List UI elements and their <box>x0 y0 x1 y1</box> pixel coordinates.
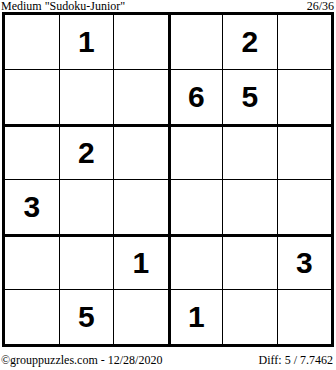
cell-r1c1[interactable] <box>5 15 59 69</box>
cell-r3c5[interactable] <box>223 125 277 179</box>
sudoku-board: 1265231351 <box>2 12 334 347</box>
cell-r2c1[interactable] <box>5 70 59 124</box>
cell-r4c5[interactable] <box>223 180 277 234</box>
cell-r2c4[interactable]: 6 <box>169 70 223 124</box>
cell-r6c5[interactable] <box>223 290 277 344</box>
cell-r6c2[interactable]: 5 <box>60 290 114 344</box>
cell-r1c4[interactable] <box>169 15 223 69</box>
cell-r2c6[interactable] <box>278 70 332 124</box>
cell-r3c1[interactable] <box>5 125 59 179</box>
cell-r2c2[interactable] <box>60 70 114 124</box>
cell-r5c4[interactable] <box>169 235 223 289</box>
cell-r3c3[interactable] <box>114 125 168 179</box>
cell-r1c5[interactable]: 2 <box>223 15 277 69</box>
cell-r5c6[interactable]: 3 <box>278 235 332 289</box>
cell-r6c6[interactable] <box>278 290 332 344</box>
cell-r1c6[interactable] <box>278 15 332 69</box>
cell-r2c5[interactable]: 5 <box>223 70 277 124</box>
cell-r6c4[interactable]: 1 <box>169 290 223 344</box>
cell-r4c3[interactable] <box>114 180 168 234</box>
copyright-text: ©grouppuzzles.com - 12/28/2020 <box>1 353 162 368</box>
cell-r5c3[interactable]: 1 <box>114 235 168 289</box>
cell-r4c2[interactable] <box>60 180 114 234</box>
cell-r5c2[interactable] <box>60 235 114 289</box>
cell-r5c1[interactable] <box>5 235 59 289</box>
cell-r2c3[interactable] <box>114 70 168 124</box>
cell-r4c6[interactable] <box>278 180 332 234</box>
cell-r4c4[interactable] <box>169 180 223 234</box>
cell-r5c5[interactable] <box>223 235 277 289</box>
cell-r3c6[interactable] <box>278 125 332 179</box>
cell-r6c3[interactable] <box>114 290 168 344</box>
cell-r6c1[interactable] <box>5 290 59 344</box>
cell-r1c3[interactable] <box>114 15 168 69</box>
difficulty-text: Diff: 5 / 7.7462 <box>259 353 333 368</box>
cell-r3c2[interactable]: 2 <box>60 125 114 179</box>
cell-r4c1[interactable]: 3 <box>5 180 59 234</box>
cell-r3c4[interactable] <box>169 125 223 179</box>
cell-r1c2[interactable]: 1 <box>60 15 114 69</box>
